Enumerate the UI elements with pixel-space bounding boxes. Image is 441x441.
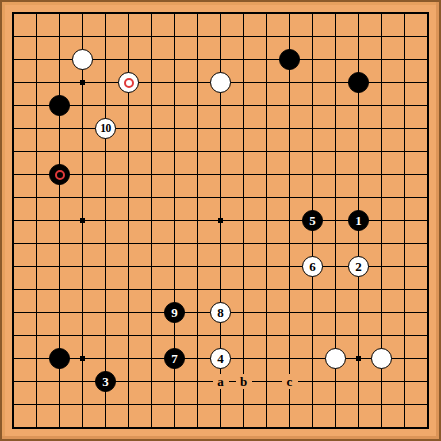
white-stone [210, 72, 231, 93]
circle-mark-icon [124, 78, 134, 88]
white-stone-move-4: 4 [210, 348, 231, 369]
star-point [71, 209, 94, 232]
board-point-k6[interactable]: 8 [209, 301, 232, 324]
white-stone-move-6: 6 [302, 256, 323, 277]
board-point-e14[interactable]: 10 [94, 117, 117, 140]
star-point [347, 347, 370, 370]
star-point [209, 209, 232, 232]
board-point-l3[interactable]: b [232, 370, 255, 393]
point-label-a: a [213, 374, 229, 389]
white-stone-move-10: 10 [95, 118, 116, 139]
board-point-e3[interactable]: 3 [94, 370, 117, 393]
board-point-q16[interactable] [347, 71, 370, 94]
star-point-dot [356, 356, 361, 361]
board-point-c15[interactable] [48, 94, 71, 117]
white-stone [325, 348, 346, 369]
black-stone-move-7: 7 [164, 348, 185, 369]
white-stone [72, 49, 93, 70]
star-point-dot [80, 356, 85, 361]
board-point-c12[interactable] [48, 163, 71, 186]
board-point-c4[interactable] [48, 347, 71, 370]
board-point-k3[interactable]: a [209, 370, 232, 393]
star-point-dot [218, 218, 223, 223]
board-point-o10[interactable]: 5 [301, 209, 324, 232]
board-point-n3[interactable]: c [278, 370, 301, 393]
black-stone-move-3: 3 [95, 371, 116, 392]
board-point-h4[interactable]: 7 [163, 347, 186, 370]
point-label-c: c [282, 374, 298, 389]
board-point-k16[interactable] [209, 71, 232, 94]
board-point-k4[interactable]: 4 [209, 347, 232, 370]
board-point-q8[interactable]: 2 [347, 255, 370, 278]
board-point-q10[interactable]: 1 [347, 209, 370, 232]
black-stone [49, 348, 70, 369]
white-stone-circle-marked [118, 72, 139, 93]
board-point-h6[interactable]: 9 [163, 301, 186, 324]
white-stone-move-2: 2 [348, 256, 369, 277]
black-stone [348, 72, 369, 93]
board-point-p4[interactable] [324, 347, 347, 370]
star-point [71, 71, 94, 94]
star-point-dot [80, 218, 85, 223]
black-stone-move-1: 1 [348, 210, 369, 231]
black-stone [279, 49, 300, 70]
board-point-d17[interactable] [71, 48, 94, 71]
board-point-r4[interactable] [370, 347, 393, 370]
star-point-dot [80, 80, 85, 85]
circle-mark-icon [55, 170, 65, 180]
black-stone-circle-marked [49, 164, 70, 185]
board-grid: 10516298743abc [2, 2, 439, 439]
go-board: 10516298743abc [0, 0, 441, 441]
black-stone [49, 95, 70, 116]
white-stone-move-8: 8 [210, 302, 231, 323]
black-stone-move-9: 9 [164, 302, 185, 323]
star-point [71, 347, 94, 370]
point-label-b: b [236, 374, 252, 389]
white-stone [371, 348, 392, 369]
board-point-f16[interactable] [117, 71, 140, 94]
board-point-n17[interactable] [278, 48, 301, 71]
black-stone-move-5: 5 [302, 210, 323, 231]
board-point-o8[interactable]: 6 [301, 255, 324, 278]
